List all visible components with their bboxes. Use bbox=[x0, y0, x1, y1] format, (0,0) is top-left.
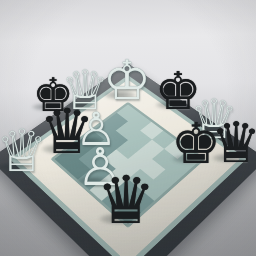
white-king[interactable]: ♔ bbox=[103, 54, 151, 108]
chess-photo-scene: ♕♚♛♕♙♙♔♚♕♚♛♛ bbox=[0, 0, 256, 256]
black-queen[interactable]: ♛ bbox=[96, 168, 155, 234]
pieces-layer: ♕♚♛♕♙♙♔♚♕♚♛♛ bbox=[0, 0, 256, 256]
black-queen[interactable]: ♛ bbox=[211, 115, 256, 171]
